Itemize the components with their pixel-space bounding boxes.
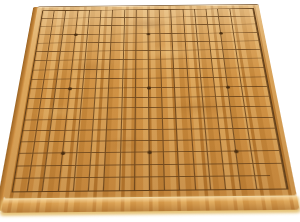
board-cell[interactable] — [149, 42, 162, 51]
board-cell[interactable] — [43, 178, 60, 191]
board-cell[interactable] — [92, 141, 107, 153]
board-cell[interactable] — [77, 11, 90, 19]
board-cell[interactable] — [184, 25, 197, 33]
board-cell[interactable] — [165, 177, 181, 190]
board-cell[interactable] — [174, 59, 187, 68]
board-cell[interactable] — [149, 98, 163, 108]
board-cell[interactable] — [252, 68, 267, 78]
board-cell[interactable] — [71, 70, 85, 80]
board-cell[interactable] — [120, 153, 135, 165]
board-cell[interactable] — [266, 151, 283, 163]
board-cell[interactable] — [268, 163, 285, 176]
board-cell[interactable] — [106, 141, 121, 153]
board-cell[interactable] — [121, 119, 135, 130]
board-cell[interactable] — [100, 18, 112, 26]
board-cell[interactable] — [121, 130, 135, 141]
board-cell[interactable] — [136, 78, 149, 88]
board-cell[interactable] — [209, 164, 225, 177]
board-cell[interactable] — [183, 9, 195, 17]
board-cell[interactable] — [175, 78, 189, 88]
board-cell[interactable] — [148, 34, 160, 43]
board-cell[interactable] — [160, 10, 172, 18]
board-cell[interactable] — [136, 51, 149, 60]
board-cell[interactable] — [97, 60, 110, 69]
board-cell[interactable] — [98, 51, 111, 60]
board-cell[interactable] — [65, 11, 78, 19]
board-cell[interactable] — [162, 88, 176, 98]
board-cell[interactable] — [189, 87, 203, 97]
board-cell[interactable] — [204, 108, 219, 119]
board-cell[interactable] — [89, 178, 105, 191]
board-cell[interactable] — [200, 68, 214, 78]
board-cell[interactable] — [135, 141, 150, 153]
board-cell[interactable] — [196, 25, 209, 33]
board-cell[interactable] — [197, 33, 210, 42]
board-cell[interactable] — [123, 69, 136, 79]
board-cell[interactable] — [217, 107, 232, 118]
board-cell[interactable] — [163, 108, 177, 119]
board-cell[interactable] — [123, 78, 136, 88]
board-cell[interactable] — [225, 176, 242, 189]
board-cell[interactable] — [188, 78, 202, 88]
board-cell[interactable] — [201, 78, 215, 88]
board-cell[interactable] — [90, 165, 106, 178]
board-cell[interactable] — [162, 69, 175, 79]
board-cell[interactable] — [258, 107, 274, 118]
board-cell[interactable] — [199, 59, 213, 68]
board-cell[interactable] — [135, 130, 149, 141]
board-cell[interactable] — [77, 142, 92, 154]
board-cell[interactable] — [190, 108, 205, 119]
board-cell[interactable] — [112, 34, 125, 43]
board-cell[interactable] — [110, 69, 123, 79]
board-cell[interactable] — [212, 59, 226, 68]
board-cell[interactable] — [195, 9, 208, 17]
board-cell[interactable] — [51, 120, 66, 131]
board-cell[interactable] — [123, 51, 136, 60]
board-cell[interactable] — [150, 165, 165, 178]
board-cell[interactable] — [260, 118, 276, 129]
board-cell[interactable] — [124, 34, 136, 43]
board-cell[interactable] — [76, 153, 92, 165]
board-cell[interactable] — [149, 69, 162, 79]
board-cell[interactable] — [176, 108, 190, 119]
board-cell[interactable] — [52, 109, 67, 120]
board-cell[interactable] — [99, 43, 112, 52]
board-cell[interactable] — [100, 26, 113, 34]
board-cell[interactable] — [187, 68, 201, 78]
board-cell[interactable] — [164, 152, 179, 164]
board-cell[interactable] — [108, 98, 122, 108]
board-cell[interactable] — [136, 88, 149, 98]
board-cell[interactable] — [164, 141, 179, 153]
board-cell[interactable] — [64, 130, 79, 141]
board-cell[interactable] — [248, 50, 262, 59]
board-cell[interactable] — [246, 33, 260, 42]
board-cell[interactable] — [264, 140, 280, 152]
board-cell[interactable] — [198, 42, 211, 51]
board-cell[interactable] — [136, 42, 148, 51]
board-cell[interactable] — [160, 25, 172, 33]
board-cell[interactable] — [242, 9, 255, 17]
board-cell[interactable] — [85, 51, 98, 60]
board-cell[interactable] — [250, 59, 264, 68]
board-cell[interactable] — [79, 119, 94, 130]
board-cell[interactable] — [106, 153, 121, 165]
board-cell[interactable] — [122, 98, 136, 108]
board-cell[interactable] — [185, 33, 198, 42]
board-cell[interactable] — [161, 51, 174, 60]
board-cell[interactable] — [76, 18, 89, 26]
board-cell[interactable] — [175, 88, 189, 98]
board-cell[interactable] — [163, 98, 177, 108]
board-cell[interactable] — [75, 34, 88, 43]
board-cell[interactable] — [97, 69, 110, 79]
board-cell[interactable] — [105, 165, 120, 178]
board-cell[interactable] — [173, 33, 186, 42]
board-cell[interactable] — [59, 178, 75, 191]
board-cell[interactable] — [173, 42, 186, 51]
board-cell[interactable] — [111, 51, 124, 60]
board-cell[interactable] — [45, 166, 61, 179]
board-cell[interactable] — [61, 43, 74, 52]
board-cell[interactable] — [67, 99, 82, 109]
board-cell[interactable] — [255, 87, 270, 97]
board-cell[interactable] — [256, 97, 271, 107]
board-cell[interactable] — [56, 79, 70, 89]
goban-surface — [4, 5, 297, 199]
board-cell[interactable] — [194, 164, 210, 177]
board-cell[interactable] — [202, 87, 216, 97]
board-cell[interactable] — [150, 141, 165, 153]
board-cell[interactable] — [186, 50, 199, 59]
board-cell[interactable] — [82, 89, 96, 99]
board-cell[interactable] — [165, 164, 180, 177]
board-cell[interactable] — [192, 140, 207, 152]
board-cell[interactable] — [192, 129, 207, 140]
board-cell[interactable] — [120, 165, 135, 178]
board-cell[interactable] — [161, 34, 174, 43]
board-cell[interactable] — [63, 26, 76, 34]
board-cell[interactable] — [78, 130, 93, 141]
board-cell[interactable] — [136, 34, 148, 43]
board-cell[interactable] — [208, 152, 224, 164]
board-cell[interactable] — [136, 60, 149, 69]
board-cell[interactable] — [54, 99, 69, 109]
board-cell[interactable] — [136, 10, 148, 18]
board-cell[interactable] — [161, 60, 174, 69]
board-cell[interactable] — [177, 118, 192, 129]
board-cell[interactable] — [136, 26, 148, 34]
board-cell[interactable] — [84, 69, 98, 79]
board-cell[interactable] — [112, 26, 124, 34]
board-cell[interactable] — [211, 50, 225, 59]
board-cell[interactable] — [99, 34, 112, 43]
board-cell[interactable] — [172, 17, 184, 25]
board-cell[interactable] — [136, 69, 149, 79]
board-cell[interactable] — [109, 79, 123, 89]
board-cell[interactable] — [66, 109, 81, 120]
board-cell[interactable] — [244, 25, 258, 33]
board-cell[interactable] — [178, 129, 193, 140]
board-cell[interactable] — [270, 176, 287, 189]
board-cell[interactable] — [174, 50, 187, 59]
board-cell[interactable] — [203, 97, 218, 107]
board-grid[interactable] — [12, 8, 289, 192]
board-cell[interactable] — [209, 33, 222, 42]
board-cell[interactable] — [179, 164, 195, 177]
board-cell[interactable] — [214, 77, 228, 87]
board-cell[interactable] — [215, 87, 230, 97]
board-front-edge — [1, 195, 300, 212]
board-cell[interactable] — [243, 17, 256, 25]
board-cell[interactable] — [149, 51, 162, 60]
board-cell[interactable] — [210, 176, 226, 189]
board-cell[interactable] — [61, 153, 77, 165]
board-cell[interactable] — [163, 119, 177, 130]
board-cell[interactable] — [81, 99, 95, 109]
board-cell[interactable] — [92, 130, 107, 141]
board-cell[interactable] — [187, 59, 200, 68]
board-cell[interactable] — [262, 128, 278, 139]
board-cell[interactable] — [149, 108, 163, 119]
board-cell[interactable] — [60, 165, 76, 178]
board-cell[interactable] — [111, 42, 124, 51]
board-cell[interactable] — [189, 97, 203, 107]
board-cell[interactable] — [205, 118, 220, 129]
board-cell[interactable] — [180, 177, 196, 190]
board-cell[interactable] — [162, 78, 176, 88]
board-cell[interactable] — [148, 18, 160, 26]
board-cell[interactable] — [101, 10, 113, 18]
board-cell[interactable] — [149, 119, 163, 130]
board-cell[interactable] — [218, 118, 233, 129]
board-cell[interactable] — [210, 41, 223, 50]
board-cell[interactable] — [135, 119, 149, 130]
board-cell[interactable] — [122, 88, 136, 98]
board-cell[interactable] — [149, 130, 163, 141]
board-cell[interactable] — [88, 26, 101, 34]
board-cell[interactable] — [94, 109, 108, 120]
board-cell[interactable] — [135, 108, 149, 119]
board-cell[interactable] — [91, 153, 106, 165]
board-cell[interactable] — [124, 26, 136, 34]
board-cell[interactable] — [83, 79, 97, 89]
board-cell[interactable] — [104, 177, 120, 190]
board-cell[interactable] — [120, 177, 135, 190]
board-cell[interactable] — [112, 18, 124, 26]
board-cell[interactable] — [149, 78, 162, 88]
board-cell[interactable] — [121, 141, 136, 153]
board-cell[interactable] — [195, 176, 211, 189]
board-cell[interactable] — [213, 68, 227, 78]
board-cell[interactable] — [136, 18, 148, 26]
board-cell[interactable] — [96, 79, 110, 89]
board-cell[interactable] — [135, 165, 150, 178]
board-cell[interactable] — [48, 142, 64, 154]
board-cell[interactable] — [73, 52, 86, 61]
board-cell[interactable] — [174, 69, 187, 79]
board-cell[interactable] — [172, 10, 184, 18]
board-cell[interactable] — [124, 42, 137, 51]
board-cell[interactable] — [80, 109, 95, 120]
board-cell[interactable] — [110, 60, 123, 69]
board-cell[interactable] — [58, 70, 72, 80]
board-cell[interactable] — [136, 98, 150, 108]
board-cell[interactable] — [50, 131, 65, 142]
board-cell[interactable] — [207, 17, 220, 25]
board-cell[interactable] — [113, 10, 125, 18]
photo-background — [0, 0, 300, 222]
board-cell[interactable] — [216, 97, 231, 107]
board-cell[interactable] — [208, 25, 221, 33]
board-cell[interactable] — [150, 153, 165, 165]
board-cell[interactable] — [207, 140, 223, 152]
board-cell[interactable] — [206, 129, 221, 140]
board-cell[interactable] — [65, 120, 80, 131]
board-cell[interactable] — [107, 130, 122, 141]
board-cell[interactable] — [93, 119, 108, 130]
board-cell[interactable] — [47, 154, 63, 166]
board-cell[interactable] — [149, 60, 162, 69]
board-cell[interactable] — [178, 141, 193, 153]
board-cell[interactable] — [123, 60, 136, 69]
board-cell[interactable] — [176, 98, 190, 108]
board-cell[interactable] — [55, 89, 69, 99]
board-cell[interactable] — [74, 178, 90, 191]
board-cell[interactable] — [95, 88, 109, 98]
board-cell[interactable] — [150, 177, 165, 190]
board-cell[interactable] — [148, 10, 160, 18]
board-cell[interactable] — [72, 60, 86, 69]
board-cell[interactable] — [75, 165, 91, 178]
board-cell[interactable] — [220, 129, 236, 140]
board-cell[interactable] — [222, 152, 238, 164]
board-cell[interactable] — [60, 52, 74, 61]
board-cell[interactable] — [124, 18, 136, 26]
board-cell[interactable] — [163, 129, 178, 140]
board-cell[interactable] — [88, 18, 101, 26]
board-cell[interactable] — [64, 18, 77, 26]
board-cell[interactable] — [207, 9, 220, 17]
board-cell[interactable] — [191, 118, 206, 129]
go-board — [4, 5, 297, 199]
board-cell[interactable] — [224, 164, 240, 177]
board-cell[interactable] — [179, 152, 194, 164]
board-cell[interactable] — [107, 119, 121, 130]
board-cell[interactable] — [108, 109, 122, 120]
board-cell[interactable] — [199, 50, 212, 59]
board-cell[interactable] — [125, 10, 137, 18]
board-cell[interactable] — [89, 10, 101, 18]
board-cell[interactable] — [69, 89, 83, 99]
board-cell[interactable] — [193, 152, 209, 164]
board-cell[interactable] — [135, 177, 150, 190]
board-cell[interactable] — [253, 77, 268, 87]
board-cell[interactable] — [172, 25, 185, 33]
board-cell[interactable] — [70, 79, 84, 89]
board-cell[interactable] — [109, 88, 123, 98]
board-cell[interactable] — [76, 26, 89, 34]
board-cell[interactable] — [160, 17, 172, 25]
board-cell[interactable] — [148, 26, 160, 34]
board-cell[interactable] — [59, 61, 73, 70]
board-cell[interactable] — [161, 42, 174, 51]
board-cell[interactable] — [185, 42, 198, 51]
board-cell[interactable] — [74, 43, 87, 52]
board-cell[interactable] — [95, 98, 109, 108]
board-cell[interactable] — [135, 153, 150, 165]
board-cell[interactable] — [149, 88, 163, 98]
board-cell[interactable] — [86, 43, 99, 52]
board-cell[interactable] — [87, 34, 100, 43]
board-cell[interactable] — [196, 17, 209, 25]
board-cell[interactable] — [85, 60, 98, 69]
board-cell[interactable] — [63, 142, 79, 154]
board-cell[interactable] — [247, 41, 261, 50]
board-cell[interactable] — [62, 35, 75, 44]
board-cell[interactable] — [221, 140, 237, 152]
board-cell[interactable] — [122, 108, 136, 119]
board-cell[interactable] — [184, 17, 197, 25]
